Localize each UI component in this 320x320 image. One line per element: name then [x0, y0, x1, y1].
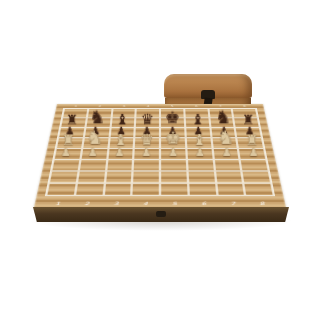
board-grid	[45, 108, 275, 196]
board-hinge-clasp-icon	[156, 211, 166, 217]
edge-label: 2	[72, 201, 102, 206]
board-cell	[240, 159, 269, 171]
edge-label: 8	[247, 201, 277, 206]
board-cell	[87, 109, 112, 118]
board-cell	[232, 109, 258, 118]
board-cell	[134, 138, 160, 149]
board-cell	[243, 183, 273, 196]
board-cell	[75, 183, 105, 196]
board-cell	[211, 138, 238, 149]
board-cell	[136, 109, 160, 118]
edge-label: 8	[232, 105, 257, 108]
board-cell	[160, 159, 187, 171]
board-cell	[160, 109, 184, 118]
edge-label: 2	[87, 105, 111, 108]
board-cell	[185, 138, 212, 149]
board-cell	[85, 118, 111, 128]
board-cell	[51, 159, 80, 171]
board-cell	[111, 109, 136, 118]
board-cell	[187, 159, 215, 171]
board-cell	[84, 128, 111, 138]
board-cell	[238, 148, 266, 159]
board-cell	[109, 128, 135, 138]
board-cell	[78, 159, 106, 171]
board-cell	[62, 109, 88, 118]
board-cell	[160, 171, 188, 183]
board-side-edge	[33, 207, 289, 222]
edge-label: 4	[131, 201, 160, 206]
edge-label: 7	[218, 201, 248, 206]
board-cell	[184, 118, 209, 128]
board-cell	[77, 171, 106, 183]
board-cell	[233, 118, 259, 128]
game-board: ♜♞♝♛♚♝♞♜♟♟♟♟♟♟♟♟♜♞♝♛♚♝♞♜♟♟♟♟♟♟♟♟ 1234567…	[34, 104, 286, 208]
board-cell	[216, 183, 246, 196]
board-cell	[184, 109, 209, 118]
board-cell	[60, 118, 86, 128]
board-cell	[160, 183, 188, 196]
board-cell	[56, 138, 84, 149]
board-cell	[133, 159, 160, 171]
file-labels-far: 12345678	[63, 105, 256, 108]
board-cell	[133, 148, 160, 159]
board-cell	[132, 183, 160, 196]
board-cell	[135, 128, 160, 138]
board-cell	[186, 148, 213, 159]
board-cell	[104, 171, 132, 183]
board-cell	[106, 159, 134, 171]
board-cell	[54, 148, 82, 159]
edge-label: 5	[160, 201, 189, 206]
board-cell	[212, 148, 240, 159]
board-cell	[110, 118, 135, 128]
board-cell	[185, 128, 211, 138]
board-cell	[160, 118, 185, 128]
file-labels-near: 12345678	[43, 201, 277, 206]
board-cell	[80, 148, 108, 159]
edge-label: 1	[63, 105, 88, 108]
board-cell	[208, 109, 233, 118]
board-cell	[160, 148, 187, 159]
board-cell	[236, 138, 264, 149]
board-cell	[49, 171, 79, 183]
board-cell	[242, 171, 272, 183]
board-cell	[160, 138, 186, 149]
board-cell	[135, 118, 160, 128]
board-cell	[108, 138, 135, 149]
board-cell	[213, 159, 241, 171]
edge-label: 3	[112, 105, 136, 108]
board-cell	[107, 148, 134, 159]
board-cell	[210, 128, 237, 138]
edge-label: 1	[43, 201, 73, 206]
edge-label: 5	[160, 105, 184, 108]
edge-label: 7	[208, 105, 232, 108]
board-cell	[132, 171, 160, 183]
edge-label: 6	[189, 201, 219, 206]
board-cell	[46, 183, 76, 196]
edge-label: 4	[136, 105, 160, 108]
board-cell	[187, 171, 215, 183]
edge-label: 6	[184, 105, 208, 108]
board-cell	[235, 128, 262, 138]
board-cell	[188, 183, 217, 196]
product-photo: ♜♞♝♛♚♝♞♜♟♟♟♟♟♟♟♟♜♞♝♛♚♝♞♜♟♟♟♟♟♟♟♟ 1234567…	[0, 0, 320, 320]
board-cell	[160, 128, 185, 138]
board-cell	[82, 138, 109, 149]
board-cell	[214, 171, 243, 183]
edge-label: 3	[101, 201, 131, 206]
board-cell	[209, 118, 235, 128]
board-scene: ♜♞♝♛♚♝♞♜♟♟♟♟♟♟♟♟♜♞♝♛♚♝♞♜♟♟♟♟♟♟♟♟ 1234567…	[0, 0, 320, 320]
board-cell	[103, 183, 132, 196]
board-cell	[58, 128, 85, 138]
